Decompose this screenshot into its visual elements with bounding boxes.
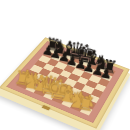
piece-black-pawn[interactable]: ♟ [99, 65, 114, 81]
chess-board: ♜♞♝♛♚♝♞♜♟♟♟♟♟♟♟♟♟♟♟♟♟♟♟♟♜♞♝♛♚♝♞♜ [0, 37, 130, 129]
square-h7[interactable]: ♟ [101, 73, 113, 81]
photo-scene: ♜♞♝♛♚♝♞♜♟♟♟♟♟♟♟♟♟♟♟♟♟♟♟♟♜♞♝♛♚♝♞♜ [0, 0, 130, 130]
board-surface: ♜♞♝♛♚♝♞♜♟♟♟♟♟♟♟♟♟♟♟♟♟♟♟♟♜♞♝♛♚♝♞♜ [0, 37, 130, 129]
